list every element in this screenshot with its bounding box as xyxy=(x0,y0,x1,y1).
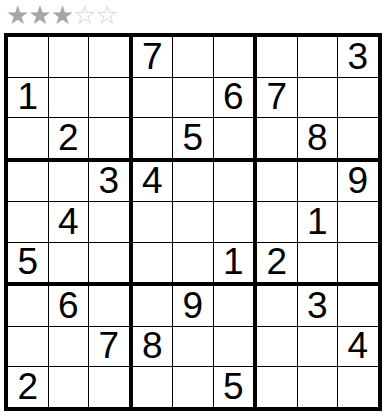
cell-r7c1[interactable] xyxy=(8,286,49,327)
cell-r7c3[interactable] xyxy=(89,286,133,327)
cell-r7c4[interactable] xyxy=(133,286,174,327)
cell-r8c6[interactable] xyxy=(214,327,258,368)
cell-r2c7[interactable]: 7 xyxy=(257,78,298,119)
cell-r1c5[interactable] xyxy=(173,37,214,78)
cell-r5c8[interactable]: 1 xyxy=(298,202,339,243)
cell-r9c9[interactable] xyxy=(338,367,378,407)
cell-r4c2[interactable] xyxy=(49,162,90,203)
star-filled-icon: ★ xyxy=(51,1,73,29)
star-empty-icon: ☆ xyxy=(95,1,117,29)
cell-r9c4[interactable] xyxy=(133,367,174,407)
cell-r1c8[interactable] xyxy=(298,37,339,78)
cell-r5c1[interactable] xyxy=(8,202,49,243)
cell-r4c9[interactable]: 9 xyxy=(338,162,378,203)
cell-r9c1[interactable]: 2 xyxy=(8,367,49,407)
cell-r3c9[interactable] xyxy=(338,118,378,162)
cell-r7c9[interactable] xyxy=(338,286,378,327)
cell-r2c2[interactable] xyxy=(49,78,90,119)
cell-r3c8[interactable]: 8 xyxy=(298,118,339,162)
cell-r1c4[interactable]: 7 xyxy=(133,37,174,78)
cell-r5c9[interactable] xyxy=(338,202,378,243)
cell-r3c6[interactable] xyxy=(214,118,258,162)
cell-r6c1[interactable]: 5 xyxy=(8,243,49,287)
cell-r7c8[interactable]: 3 xyxy=(298,286,339,327)
cell-r8c2[interactable] xyxy=(49,327,90,368)
cell-r5c4[interactable] xyxy=(133,202,174,243)
cell-r1c1[interactable] xyxy=(8,37,49,78)
cell-r1c7[interactable] xyxy=(257,37,298,78)
cell-r3c7[interactable] xyxy=(257,118,298,162)
cell-r6c8[interactable] xyxy=(298,243,339,287)
cell-r7c7[interactable] xyxy=(257,286,298,327)
cell-r1c3[interactable] xyxy=(89,37,133,78)
cell-r2c4[interactable] xyxy=(133,78,174,119)
cell-r4c5[interactable] xyxy=(173,162,214,203)
cell-r6c5[interactable] xyxy=(173,243,214,287)
cell-r4c7[interactable] xyxy=(257,162,298,203)
cell-r3c1[interactable] xyxy=(8,118,49,162)
cell-r9c6[interactable]: 5 xyxy=(214,367,258,407)
cell-r9c8[interactable] xyxy=(298,367,339,407)
cell-r2c6[interactable]: 6 xyxy=(214,78,258,119)
sudoku-board: 731672583494151269378425 xyxy=(4,33,382,411)
cell-r1c6[interactable] xyxy=(214,37,258,78)
cell-r2c1[interactable]: 1 xyxy=(8,78,49,119)
cell-r8c5[interactable] xyxy=(173,327,214,368)
cell-r8c7[interactable] xyxy=(257,327,298,368)
cell-r4c1[interactable] xyxy=(8,162,49,203)
cell-r8c9[interactable]: 4 xyxy=(338,327,378,368)
cell-r7c2[interactable]: 6 xyxy=(49,286,90,327)
cell-r1c2[interactable] xyxy=(49,37,90,78)
cell-r6c9[interactable] xyxy=(338,243,378,287)
cell-r6c7[interactable]: 2 xyxy=(257,243,298,287)
cell-r8c4[interactable]: 8 xyxy=(133,327,174,368)
cell-r2c8[interactable] xyxy=(298,78,339,119)
cell-r8c1[interactable] xyxy=(8,327,49,368)
cell-r8c8[interactable] xyxy=(298,327,339,368)
cell-r5c5[interactable] xyxy=(173,202,214,243)
cell-r9c7[interactable] xyxy=(257,367,298,407)
cell-r4c3[interactable]: 3 xyxy=(89,162,133,203)
star-empty-icon: ☆ xyxy=(73,1,95,29)
cell-r6c6[interactable]: 1 xyxy=(214,243,258,287)
star-filled-icon: ★ xyxy=(28,1,50,29)
cell-r4c4[interactable]: 4 xyxy=(133,162,174,203)
cell-r6c4[interactable] xyxy=(133,243,174,287)
cell-r2c3[interactable] xyxy=(89,78,133,119)
cell-r4c8[interactable] xyxy=(298,162,339,203)
cell-r5c6[interactable] xyxy=(214,202,258,243)
cell-r5c2[interactable]: 4 xyxy=(49,202,90,243)
cell-r8c3[interactable]: 7 xyxy=(89,327,133,368)
cell-r5c3[interactable] xyxy=(89,202,133,243)
cell-r3c2[interactable]: 2 xyxy=(49,118,90,162)
cell-r1c9[interactable]: 3 xyxy=(338,37,378,78)
star-filled-icon: ★ xyxy=(6,1,28,29)
cell-r3c4[interactable] xyxy=(133,118,174,162)
cell-r6c3[interactable] xyxy=(89,243,133,287)
cell-r9c3[interactable] xyxy=(89,367,133,407)
cell-r9c2[interactable] xyxy=(49,367,90,407)
cell-r6c2[interactable] xyxy=(49,243,90,287)
cell-r5c7[interactable] xyxy=(257,202,298,243)
cell-r3c3[interactable] xyxy=(89,118,133,162)
cell-r4c6[interactable] xyxy=(214,162,258,203)
cell-r3c5[interactable]: 5 xyxy=(173,118,214,162)
cell-r2c9[interactable] xyxy=(338,78,378,119)
cell-r7c5[interactable]: 9 xyxy=(173,286,214,327)
cell-r9c5[interactable] xyxy=(173,367,214,407)
cell-r7c6[interactable] xyxy=(214,286,258,327)
difficulty-rating: ★★★☆☆ xyxy=(6,1,118,29)
cell-r2c5[interactable] xyxy=(173,78,214,119)
